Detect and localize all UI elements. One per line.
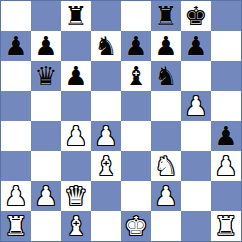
square-a7[interactable]: ♟ <box>1 31 31 61</box>
piece-white-queen[interactable]: ♛ <box>64 181 87 211</box>
piece-black-knight[interactable]: ♞ <box>154 61 177 91</box>
square-e6[interactable]: ♝ <box>121 61 151 91</box>
square-h6[interactable] <box>211 61 241 91</box>
square-g8[interactable]: ♚ <box>181 1 211 31</box>
piece-black-king[interactable]: ♚ <box>184 1 207 31</box>
square-b4[interactable] <box>31 121 61 151</box>
square-f5[interactable] <box>151 91 181 121</box>
square-d4[interactable]: ♟ <box>91 121 121 151</box>
piece-black-pawn[interactable]: ♟ <box>214 121 237 151</box>
piece-white-bishop[interactable]: ♝ <box>64 211 87 241</box>
chess-board-frame: ♜♜♚♟♟♞♟♟♟♛♟♝♞♟♟♟♟♝♞♟♟♟♛♟♜♝♚♜ <box>0 0 242 242</box>
piece-white-pawn[interactable]: ♟ <box>154 181 177 211</box>
square-c5[interactable] <box>61 91 91 121</box>
square-e8[interactable] <box>121 1 151 31</box>
piece-white-knight[interactable]: ♞ <box>154 151 177 181</box>
square-d7[interactable]: ♞ <box>91 31 121 61</box>
piece-black-pawn[interactable]: ♟ <box>184 31 207 61</box>
piece-white-pawn[interactable]: ♟ <box>4 181 27 211</box>
square-h3[interactable]: ♟ <box>211 151 241 181</box>
square-a3[interactable] <box>1 151 31 181</box>
square-e5[interactable] <box>121 91 151 121</box>
square-a1[interactable]: ♜ <box>1 211 31 241</box>
piece-white-pawn[interactable]: ♟ <box>214 151 237 181</box>
square-e2[interactable] <box>121 181 151 211</box>
square-f7[interactable]: ♟ <box>151 31 181 61</box>
square-f8[interactable]: ♜ <box>151 1 181 31</box>
square-c4[interactable]: ♟ <box>61 121 91 151</box>
piece-white-king[interactable]: ♚ <box>124 211 147 241</box>
square-d2[interactable] <box>91 181 121 211</box>
square-c7[interactable] <box>61 31 91 61</box>
piece-black-pawn[interactable]: ♟ <box>34 31 57 61</box>
piece-black-queen[interactable]: ♛ <box>34 61 57 91</box>
square-c3[interactable] <box>61 151 91 181</box>
square-b5[interactable] <box>31 91 61 121</box>
square-b6[interactable]: ♛ <box>31 61 61 91</box>
square-h8[interactable] <box>211 1 241 31</box>
square-e4[interactable] <box>121 121 151 151</box>
square-a6[interactable] <box>1 61 31 91</box>
square-b1[interactable] <box>31 211 61 241</box>
square-h5[interactable] <box>211 91 241 121</box>
square-d1[interactable] <box>91 211 121 241</box>
piece-black-pawn[interactable]: ♟ <box>4 31 27 61</box>
square-d8[interactable] <box>91 1 121 31</box>
square-c6[interactable]: ♟ <box>61 61 91 91</box>
piece-white-rook[interactable]: ♜ <box>4 211 27 241</box>
square-a4[interactable] <box>1 121 31 151</box>
square-g6[interactable] <box>181 61 211 91</box>
square-f2[interactable]: ♟ <box>151 181 181 211</box>
square-f6[interactable]: ♞ <box>151 61 181 91</box>
square-h7[interactable] <box>211 31 241 61</box>
square-a5[interactable] <box>1 91 31 121</box>
square-e1[interactable]: ♚ <box>121 211 151 241</box>
piece-white-rook[interactable]: ♜ <box>214 211 237 241</box>
square-b3[interactable] <box>31 151 61 181</box>
piece-white-pawn[interactable]: ♟ <box>34 181 57 211</box>
square-g7[interactable]: ♟ <box>181 31 211 61</box>
square-g4[interactable] <box>181 121 211 151</box>
square-f3[interactable]: ♞ <box>151 151 181 181</box>
square-d3[interactable]: ♝ <box>91 151 121 181</box>
square-d5[interactable] <box>91 91 121 121</box>
piece-white-pawn[interactable]: ♟ <box>184 91 207 121</box>
piece-black-bishop[interactable]: ♝ <box>124 61 147 91</box>
square-g5[interactable]: ♟ <box>181 91 211 121</box>
piece-white-pawn[interactable]: ♟ <box>94 121 117 151</box>
square-a8[interactable] <box>1 1 31 31</box>
square-f1[interactable] <box>151 211 181 241</box>
square-h4[interactable]: ♟ <box>211 121 241 151</box>
piece-black-pawn[interactable]: ♟ <box>64 61 87 91</box>
square-h1[interactable]: ♜ <box>211 211 241 241</box>
piece-black-pawn[interactable]: ♟ <box>154 31 177 61</box>
piece-white-bishop[interactable]: ♝ <box>94 151 117 181</box>
square-g2[interactable] <box>181 181 211 211</box>
chess-board: ♜♜♚♟♟♞♟♟♟♛♟♝♞♟♟♟♟♝♞♟♟♟♛♟♜♝♚♜ <box>1 1 241 241</box>
square-c1[interactable]: ♝ <box>61 211 91 241</box>
square-d6[interactable] <box>91 61 121 91</box>
square-b7[interactable]: ♟ <box>31 31 61 61</box>
square-b8[interactable] <box>31 1 61 31</box>
square-f4[interactable] <box>151 121 181 151</box>
square-g1[interactable] <box>181 211 211 241</box>
piece-black-knight[interactable]: ♞ <box>94 31 117 61</box>
square-a2[interactable]: ♟ <box>1 181 31 211</box>
square-c2[interactable]: ♛ <box>61 181 91 211</box>
square-g3[interactable] <box>181 151 211 181</box>
piece-black-pawn[interactable]: ♟ <box>124 31 147 61</box>
square-h2[interactable] <box>211 181 241 211</box>
piece-black-rook[interactable]: ♜ <box>64 1 87 31</box>
square-e3[interactable] <box>121 151 151 181</box>
square-e7[interactable]: ♟ <box>121 31 151 61</box>
piece-white-pawn[interactable]: ♟ <box>64 121 87 151</box>
square-b2[interactable]: ♟ <box>31 181 61 211</box>
square-c8[interactable]: ♜ <box>61 1 91 31</box>
piece-black-rook[interactable]: ♜ <box>154 1 177 31</box>
